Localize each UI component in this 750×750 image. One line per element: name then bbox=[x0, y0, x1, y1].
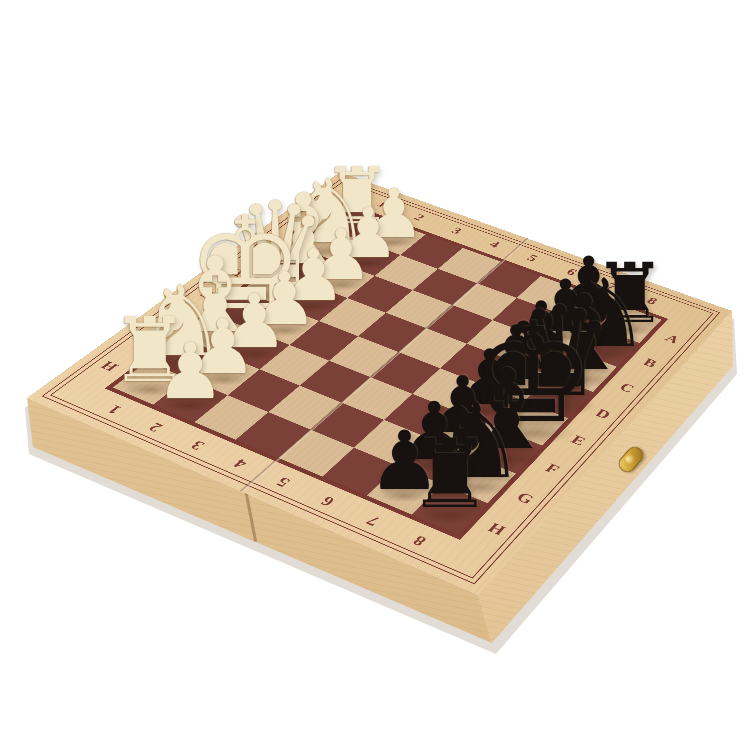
file-label-bottom-F: F bbox=[542, 462, 562, 477]
green-speck bbox=[164, 291, 172, 301]
chess-set-photo: 11HH22GG33FF44EE55DD66CC77BB88AA ♜♞♝♚♛♝♞… bbox=[0, 0, 750, 750]
file-label-bottom-H: H bbox=[485, 520, 509, 537]
rank-label-left-7: 7 bbox=[363, 513, 383, 528]
rank-label-left-3: 3 bbox=[187, 438, 207, 452]
file-label-top-D: D bbox=[226, 266, 247, 278]
file-label-top-G: G bbox=[132, 334, 155, 347]
rank-label-left-1: 1 bbox=[105, 403, 125, 416]
rank-label-right-2: 2 bbox=[411, 213, 427, 223]
chess-board: 11HH22GG33FF44EE55DD66CC77BB88AA bbox=[27, 172, 732, 595]
rank-label-left-4: 4 bbox=[230, 457, 250, 471]
rank-label-right-8: 8 bbox=[644, 295, 659, 306]
file-label-top-E: E bbox=[197, 288, 217, 300]
file-label-top-F: F bbox=[166, 311, 186, 323]
file-label-bottom-C: C bbox=[617, 381, 637, 395]
rank-label-right-3: 3 bbox=[449, 226, 465, 236]
rank-label-left-8: 8 bbox=[409, 533, 429, 548]
rank-label-left-6: 6 bbox=[318, 494, 338, 509]
file-label-top-B: B bbox=[284, 225, 303, 236]
rank-label-left-2: 2 bbox=[146, 421, 166, 434]
file-label-bottom-G: G bbox=[514, 490, 537, 506]
rank-label-right-5: 5 bbox=[525, 253, 540, 263]
file-label-top-C: C bbox=[256, 245, 276, 256]
file-label-bottom-D: D bbox=[593, 407, 613, 421]
file-label-bottom-E: E bbox=[568, 434, 588, 448]
rank-label-left-5: 5 bbox=[274, 475, 294, 489]
rank-label-right-4: 4 bbox=[486, 239, 501, 249]
file-label-bottom-A: A bbox=[663, 333, 682, 346]
file-label-bottom-B: B bbox=[641, 357, 660, 370]
file-label-top-H: H bbox=[98, 359, 122, 373]
rank-label-right-6: 6 bbox=[564, 267, 579, 277]
rank-label-right-7: 7 bbox=[604, 281, 619, 291]
rank-label-right-1: 1 bbox=[375, 200, 391, 209]
file-label-top-A: A bbox=[311, 205, 330, 216]
